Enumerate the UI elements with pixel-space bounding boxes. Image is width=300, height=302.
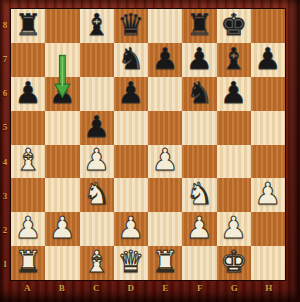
square-g5[interactable]	[217, 111, 251, 145]
piece-black-pawn[interactable]: ♟	[15, 78, 42, 108]
piece-black-knight[interactable]: ♞	[117, 44, 144, 74]
rank-label-7: 7	[0, 42, 10, 76]
square-h2[interactable]	[251, 212, 285, 246]
square-d6[interactable]: ♟	[114, 77, 148, 111]
square-h3[interactable]: ♟	[251, 178, 285, 212]
file-label-d: D	[114, 281, 149, 295]
square-h4[interactable]	[251, 145, 285, 179]
square-c2[interactable]	[80, 212, 114, 246]
square-a7[interactable]	[11, 43, 45, 77]
rank-label-5: 5	[0, 110, 10, 144]
square-b4[interactable]	[45, 145, 79, 179]
piece-black-king[interactable]: ♚	[220, 10, 247, 40]
square-e4[interactable]: ♟	[148, 145, 182, 179]
piece-white-pawn[interactable]: ♟	[220, 213, 247, 243]
rank-label-2: 2	[0, 213, 10, 247]
square-e7[interactable]: ♟	[148, 43, 182, 77]
piece-white-pawn[interactable]: ♟	[254, 179, 281, 209]
square-a6[interactable]: ♟	[11, 77, 45, 111]
square-g2[interactable]: ♟	[217, 212, 251, 246]
square-g1[interactable]: ♚	[217, 246, 251, 280]
square-d5[interactable]	[114, 111, 148, 145]
square-g4[interactable]	[217, 145, 251, 179]
square-f7[interactable]: ♟	[182, 43, 216, 77]
file-label-h: H	[252, 281, 287, 295]
square-b6[interactable]: ♟	[45, 77, 79, 111]
square-b8[interactable]	[45, 9, 79, 43]
piece-white-pawn[interactable]: ♟	[186, 213, 213, 243]
square-h6[interactable]	[251, 77, 285, 111]
rank-label-3: 3	[0, 179, 10, 213]
square-c5[interactable]: ♟	[80, 111, 114, 145]
square-d4[interactable]	[114, 145, 148, 179]
rank-labels: 87654321	[0, 8, 10, 281]
file-label-e: E	[148, 281, 183, 295]
square-f4[interactable]	[182, 145, 216, 179]
piece-black-pawn[interactable]: ♟	[83, 112, 110, 142]
square-f2[interactable]: ♟	[182, 212, 216, 246]
piece-black-pawn[interactable]: ♟	[186, 44, 213, 74]
piece-black-queen[interactable]: ♛	[117, 10, 144, 40]
file-label-c: C	[79, 281, 114, 295]
square-b5[interactable]	[45, 111, 79, 145]
square-h8[interactable]	[251, 9, 285, 43]
square-a5[interactable]	[11, 111, 45, 145]
square-h5[interactable]	[251, 111, 285, 145]
piece-black-bishop[interactable]: ♝	[83, 10, 110, 40]
piece-white-bishop[interactable]: ♝	[83, 247, 110, 277]
file-label-b: B	[45, 281, 80, 295]
square-c7[interactable]	[80, 43, 114, 77]
piece-black-rook[interactable]: ♜	[186, 10, 213, 40]
square-g3[interactable]	[217, 178, 251, 212]
rank-label-8: 8	[0, 8, 10, 42]
piece-black-pawn[interactable]: ♟	[254, 44, 281, 74]
piece-white-pawn[interactable]: ♟	[15, 213, 42, 243]
square-e1[interactable]: ♜	[148, 246, 182, 280]
square-a2[interactable]: ♟	[11, 212, 45, 246]
piece-black-knight[interactable]: ♞	[186, 78, 213, 108]
piece-white-pawn[interactable]: ♟	[49, 213, 76, 243]
file-label-a: A	[10, 281, 45, 295]
piece-white-pawn[interactable]: ♟	[117, 213, 144, 243]
piece-white-knight[interactable]: ♞	[186, 179, 213, 209]
square-f3[interactable]: ♞	[182, 178, 216, 212]
piece-white-pawn[interactable]: ♟	[83, 145, 110, 175]
square-a3[interactable]	[11, 178, 45, 212]
square-c6[interactable]	[80, 77, 114, 111]
square-b7[interactable]	[45, 43, 79, 77]
square-g6[interactable]: ♟	[217, 77, 251, 111]
square-d1[interactable]: ♛	[114, 246, 148, 280]
square-f8[interactable]: ♜	[182, 9, 216, 43]
square-h7[interactable]: ♟	[251, 43, 285, 77]
chess-board-frame: ♜♝♛♜♚♞♟♟♝♟♟♟♟♞♟♟♝♟♟♞♞♟♟♟♟♟♟♜♝♛♜♚ 8765432…	[0, 0, 300, 302]
piece-black-pawn[interactable]: ♟	[117, 78, 144, 108]
piece-black-bishop[interactable]: ♝	[220, 44, 247, 74]
square-a4[interactable]: ♝	[11, 145, 45, 179]
square-d2[interactable]: ♟	[114, 212, 148, 246]
square-f5[interactable]	[182, 111, 216, 145]
square-a1[interactable]: ♜	[11, 246, 45, 280]
piece-black-pawn[interactable]: ♟	[49, 78, 76, 108]
square-d3[interactable]	[114, 178, 148, 212]
square-c1[interactable]: ♝	[80, 246, 114, 280]
piece-black-pawn[interactable]: ♟	[220, 78, 247, 108]
square-c3[interactable]: ♞	[80, 178, 114, 212]
square-e3[interactable]	[148, 178, 182, 212]
file-labels: ABCDEFGH	[10, 281, 286, 295]
file-label-f: F	[183, 281, 218, 295]
piece-black-pawn[interactable]: ♟	[152, 44, 179, 74]
square-a8[interactable]: ♜	[11, 9, 45, 43]
square-e5[interactable]	[148, 111, 182, 145]
square-g8[interactable]: ♚	[217, 9, 251, 43]
piece-white-rook[interactable]: ♜	[152, 247, 179, 277]
piece-white-pawn[interactable]: ♟	[152, 145, 179, 175]
file-label-g: G	[217, 281, 252, 295]
piece-white-bishop[interactable]: ♝	[15, 145, 42, 175]
piece-white-rook[interactable]: ♜	[15, 247, 42, 277]
square-f1[interactable]	[182, 246, 216, 280]
square-c8[interactable]: ♝	[80, 9, 114, 43]
rank-label-4: 4	[0, 145, 10, 179]
square-d7[interactable]: ♞	[114, 43, 148, 77]
square-c4[interactable]: ♟	[80, 145, 114, 179]
square-b3[interactable]	[45, 178, 79, 212]
piece-white-king[interactable]: ♚	[220, 247, 247, 277]
square-g7[interactable]: ♝	[217, 43, 251, 77]
rank-label-6: 6	[0, 76, 10, 110]
square-b2[interactable]: ♟	[45, 212, 79, 246]
square-b1[interactable]	[45, 246, 79, 280]
piece-black-rook[interactable]: ♜	[15, 10, 42, 40]
piece-white-knight[interactable]: ♞	[83, 179, 110, 209]
square-h1[interactable]	[251, 246, 285, 280]
square-d8[interactable]: ♛	[114, 9, 148, 43]
square-e8[interactable]	[148, 9, 182, 43]
rank-label-1: 1	[0, 247, 10, 281]
square-e6[interactable]	[148, 77, 182, 111]
square-f6[interactable]: ♞	[182, 77, 216, 111]
chess-board[interactable]: ♜♝♛♜♚♞♟♟♝♟♟♟♟♞♟♟♝♟♟♞♞♟♟♟♟♟♟♜♝♛♜♚	[10, 8, 286, 281]
square-e2[interactable]	[148, 212, 182, 246]
piece-white-queen[interactable]: ♛	[117, 247, 144, 277]
